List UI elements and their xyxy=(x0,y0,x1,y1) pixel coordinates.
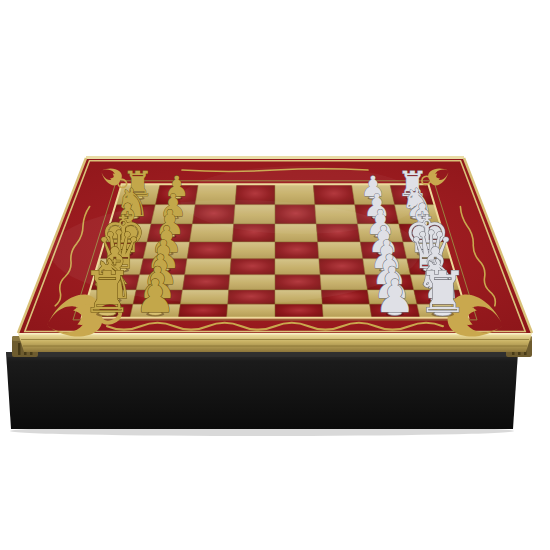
piece-white-pawn-a2[interactable]: ♟ xyxy=(135,270,176,323)
square-a4[interactable] xyxy=(227,304,275,318)
board-front-rim xyxy=(18,333,532,352)
chess-set-scene: ♜♟♟♜♞♟♟♞♝♟♟♝♚♟♟♚♛♟♟♛♝♟♟♝♞♟♟♞♜♟♟♜ xyxy=(0,0,550,550)
piece-black-rook-a8[interactable]: ♜ xyxy=(417,259,468,325)
case-top-lip xyxy=(6,352,518,357)
square-a3[interactable] xyxy=(178,304,227,318)
chess-set-product-photo: ♜♟♟♜♞♟♟♞♝♟♟♝♚♟♟♚♛♟♟♛♝♟♟♝♞♟♟♞♜♟♟♜ xyxy=(0,0,550,550)
storage-case xyxy=(6,352,518,429)
piece-black-pawn-a7[interactable]: ♟ xyxy=(374,270,415,323)
piece-white-rook-a1[interactable]: ♜ xyxy=(82,259,133,325)
square-a6[interactable] xyxy=(322,304,371,318)
square-a5[interactable] xyxy=(275,304,323,318)
